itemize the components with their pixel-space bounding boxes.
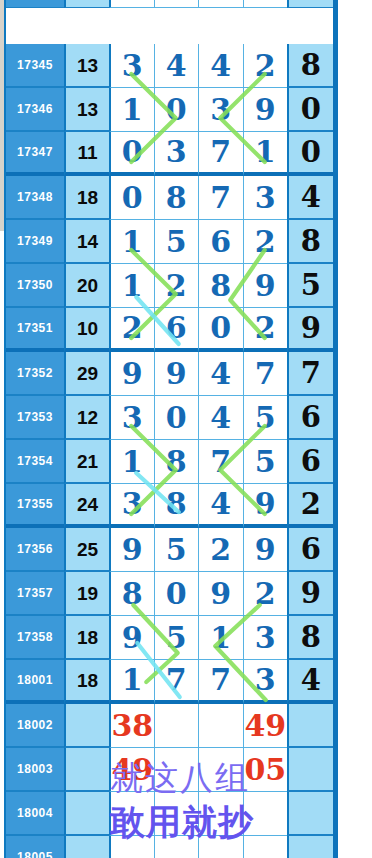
digit-cell: 3: [154, 132, 199, 176]
period-cell: 17354: [6, 440, 64, 484]
tail-cell: [287, 704, 333, 748]
digit-cell: 2: [243, 44, 288, 88]
digit-cell: 4: [198, 396, 243, 440]
digit-cell: 8: [154, 176, 199, 220]
period-cell: 17356: [6, 528, 64, 572]
page-edge-strip: [0, 0, 4, 231]
digit-cell: 4: [198, 352, 243, 396]
digit-cell: 3: [109, 396, 154, 440]
digit-cell: 0: [109, 132, 154, 176]
sum-cell: 29: [64, 352, 109, 396]
digit-cell: 9: [198, 572, 243, 616]
lottery-trend-chart: 1734513344281734613103901734711037101734…: [0, 0, 372, 858]
digit-cell: 7: [243, 352, 288, 396]
digit-cell: 8: [154, 484, 199, 528]
digit-cell: 3: [243, 176, 288, 220]
digit-cell: 8: [198, 264, 243, 308]
sum-cell: [64, 704, 109, 748]
digit-cell: 7: [154, 660, 199, 704]
sum-cell: 18: [64, 660, 109, 704]
digit-cell: 5: [154, 616, 199, 660]
digit-cell: 8: [109, 572, 154, 616]
sum-cell: 10: [64, 308, 109, 352]
digit-cell: 5: [243, 396, 288, 440]
digit-cell-partial: [154, 0, 199, 8]
sum-cell: 21: [64, 440, 109, 484]
sum-cell: [64, 792, 109, 836]
red-pick-cell: 49: [243, 704, 288, 748]
period-cell: 17353: [6, 396, 64, 440]
tail-cell: [287, 836, 333, 858]
digit-cell: 3: [243, 660, 288, 704]
period-cell: 18005: [6, 836, 64, 858]
digit-cell: 9: [109, 616, 154, 660]
tail-cell: 4: [287, 660, 333, 704]
note-text: 就这八组: [110, 758, 292, 798]
digit-cell: 9: [109, 352, 154, 396]
sum-cell: 13: [64, 88, 109, 132]
digit-cell: 6: [154, 308, 199, 352]
digit-cell: 2: [243, 220, 288, 264]
digit-cell: 7: [198, 660, 243, 704]
tail-cell: 2: [287, 484, 333, 528]
digit-cell: 7: [198, 176, 243, 220]
digit-cell: 1: [109, 88, 154, 132]
digit-cell: 2: [198, 528, 243, 572]
digit-cell-partial: [198, 0, 243, 8]
sum-cell: 24: [64, 484, 109, 528]
digit-cell-partial: [243, 0, 288, 8]
period-cell: 18001: [6, 660, 64, 704]
note-text: 敢用就抄: [110, 802, 292, 842]
digit-cell: 9: [243, 484, 288, 528]
sum-cell: 25: [64, 528, 109, 572]
digit-cell: 5: [243, 440, 288, 484]
red-pick-cell: [198, 704, 243, 748]
period-cell: 17355: [6, 484, 64, 528]
period-cell: 17348: [6, 176, 64, 220]
digit-cell: 9: [154, 352, 199, 396]
digit-cell: 3: [243, 616, 288, 660]
period-cell: 17347: [6, 132, 64, 176]
tail-cell: 0: [287, 132, 333, 176]
sum-cell: 20: [64, 264, 109, 308]
sum-cell: 18: [64, 616, 109, 660]
sum-cell-partial: [64, 0, 109, 8]
tail-cell: 0: [287, 88, 333, 132]
digit-cell: 9: [243, 88, 288, 132]
tail-cell: 4: [287, 176, 333, 220]
sum-cell: 11: [64, 132, 109, 176]
sum-cell: 19: [64, 572, 109, 616]
digit-cell: 3: [198, 88, 243, 132]
tail-cell: 8: [287, 44, 333, 88]
tail-cell: 9: [287, 572, 333, 616]
red-pick-cell: [154, 704, 199, 748]
sum-cell: [64, 836, 109, 858]
sum-cell: 18: [64, 176, 109, 220]
digit-cell: 4: [198, 484, 243, 528]
chart-board: 1734513344281734613103901734711037101734…: [4, 0, 338, 858]
digit-cell: 2: [243, 308, 288, 352]
digit-cell: 1: [243, 132, 288, 176]
period-cell: 18003: [6, 748, 64, 792]
digit-cell: 2: [109, 308, 154, 352]
digit-cell: 9: [243, 528, 288, 572]
period-cell: 17351: [6, 308, 64, 352]
digit-cell: 2: [243, 572, 288, 616]
digit-cell: 9: [109, 528, 154, 572]
period-cell: 17358: [6, 616, 64, 660]
period-cell: 17345: [6, 44, 64, 88]
digit-cell: 3: [109, 44, 154, 88]
tail-cell: 6: [287, 440, 333, 484]
period-cell-partial: [6, 0, 64, 8]
digit-cell: 0: [198, 308, 243, 352]
digit-cell: 0: [154, 88, 199, 132]
digit-cell: 1: [198, 616, 243, 660]
tail-cell: [287, 792, 333, 836]
period-cell: 18002: [6, 704, 64, 748]
sum-cell: [64, 748, 109, 792]
digit-cell: 5: [154, 220, 199, 264]
digit-cell: 5: [154, 528, 199, 572]
digit-cell: 1: [109, 264, 154, 308]
tail-cell: 6: [287, 528, 333, 572]
tail-cell: [287, 748, 333, 792]
digit-cell: 6: [198, 220, 243, 264]
tail-cell: 7: [287, 352, 333, 396]
period-cell: 17357: [6, 572, 64, 616]
digit-cell: 0: [154, 396, 199, 440]
chart-grid: 1734513344281734613103901734711037101734…: [6, 0, 333, 858]
tail-cell: 5: [287, 264, 333, 308]
period-cell: 18004: [6, 792, 64, 836]
digit-cell: 7: [198, 132, 243, 176]
digit-cell: 1: [109, 220, 154, 264]
digit-cell: 1: [109, 660, 154, 704]
digit-cell: 9: [243, 264, 288, 308]
sum-cell: 14: [64, 220, 109, 264]
red-pick-cell: 38: [109, 704, 154, 748]
period-cell: 17350: [6, 264, 64, 308]
period-cell: 17349: [6, 220, 64, 264]
digit-cell: 8: [154, 440, 199, 484]
tail-cell-partial: [287, 0, 333, 8]
digit-cell: 0: [154, 572, 199, 616]
sum-cell: 13: [64, 44, 109, 88]
digit-cell: 2: [154, 264, 199, 308]
tail-cell: 8: [287, 220, 333, 264]
digit-cell: 1: [109, 440, 154, 484]
digit-cell-partial: [109, 0, 154, 8]
sum-cell: 12: [64, 396, 109, 440]
digit-cell: 0: [109, 176, 154, 220]
digit-cell: 7: [198, 440, 243, 484]
period-cell: 17346: [6, 88, 64, 132]
digit-cell: 4: [198, 44, 243, 88]
tail-cell: 8: [287, 616, 333, 660]
tail-cell: 6: [287, 396, 333, 440]
digit-cell: 3: [109, 484, 154, 528]
tail-cell: 9: [287, 308, 333, 352]
period-cell: 17352: [6, 352, 64, 396]
digit-cell: 4: [154, 44, 199, 88]
